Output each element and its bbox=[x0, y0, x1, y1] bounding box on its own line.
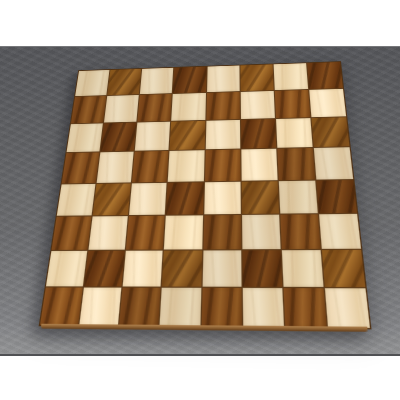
square-h8 bbox=[307, 62, 343, 89]
square-d4 bbox=[166, 182, 203, 214]
square-b8 bbox=[107, 69, 141, 95]
square-d3 bbox=[164, 215, 202, 249]
square-g2 bbox=[282, 250, 324, 287]
square-f5 bbox=[241, 149, 277, 180]
square-h1 bbox=[325, 288, 370, 328]
square-g8 bbox=[273, 63, 308, 90]
square-c6 bbox=[135, 122, 170, 151]
square-b5 bbox=[97, 152, 134, 182]
square-f1 bbox=[242, 288, 283, 327]
square-f3 bbox=[242, 214, 281, 249]
square-a1 bbox=[40, 287, 83, 325]
square-b7 bbox=[104, 95, 139, 123]
square-b6 bbox=[101, 123, 137, 152]
square-d7 bbox=[172, 93, 206, 121]
chessboard bbox=[40, 62, 370, 328]
square-h7 bbox=[309, 89, 346, 117]
square-e6 bbox=[205, 120, 240, 149]
square-g7 bbox=[275, 90, 311, 118]
square-g1 bbox=[283, 288, 326, 328]
square-b3 bbox=[89, 216, 128, 250]
square-f8 bbox=[240, 64, 273, 91]
square-a5 bbox=[62, 153, 100, 183]
square-b4 bbox=[93, 183, 131, 215]
square-e2 bbox=[202, 250, 241, 287]
square-h3 bbox=[319, 213, 361, 248]
square-g5 bbox=[277, 148, 315, 179]
square-f6 bbox=[241, 119, 276, 149]
square-c3 bbox=[126, 215, 165, 249]
square-c8 bbox=[140, 68, 173, 94]
square-f4 bbox=[241, 181, 279, 214]
square-h6 bbox=[311, 117, 349, 147]
square-c7 bbox=[138, 94, 172, 122]
square-a8 bbox=[75, 70, 109, 96]
square-g6 bbox=[276, 118, 313, 148]
square-g4 bbox=[278, 180, 317, 213]
square-e1 bbox=[201, 288, 241, 327]
square-a3 bbox=[52, 216, 92, 250]
square-a4 bbox=[57, 183, 96, 215]
square-a2 bbox=[46, 251, 87, 287]
square-d5 bbox=[168, 151, 204, 182]
square-h4 bbox=[316, 180, 357, 213]
square-b2 bbox=[84, 250, 125, 286]
square-e7 bbox=[206, 92, 240, 120]
square-a6 bbox=[66, 124, 102, 153]
square-e8 bbox=[207, 65, 240, 92]
square-d1 bbox=[160, 288, 201, 327]
square-e3 bbox=[203, 215, 241, 249]
square-e5 bbox=[204, 150, 240, 181]
square-f7 bbox=[240, 91, 274, 119]
square-c5 bbox=[132, 151, 169, 182]
square-e4 bbox=[204, 181, 241, 214]
square-h2 bbox=[322, 250, 366, 287]
square-c2 bbox=[123, 250, 163, 286]
chessboard-wrapper bbox=[40, 62, 370, 328]
square-c4 bbox=[129, 182, 167, 214]
square-b1 bbox=[79, 287, 121, 325]
square-d2 bbox=[162, 250, 201, 286]
square-c1 bbox=[119, 287, 161, 326]
square-a7 bbox=[71, 96, 106, 124]
square-g3 bbox=[280, 214, 320, 249]
square-f2 bbox=[242, 250, 282, 287]
square-d6 bbox=[170, 121, 205, 150]
square-d8 bbox=[173, 67, 206, 94]
square-h5 bbox=[314, 148, 353, 180]
product-photo-scene bbox=[0, 0, 400, 400]
